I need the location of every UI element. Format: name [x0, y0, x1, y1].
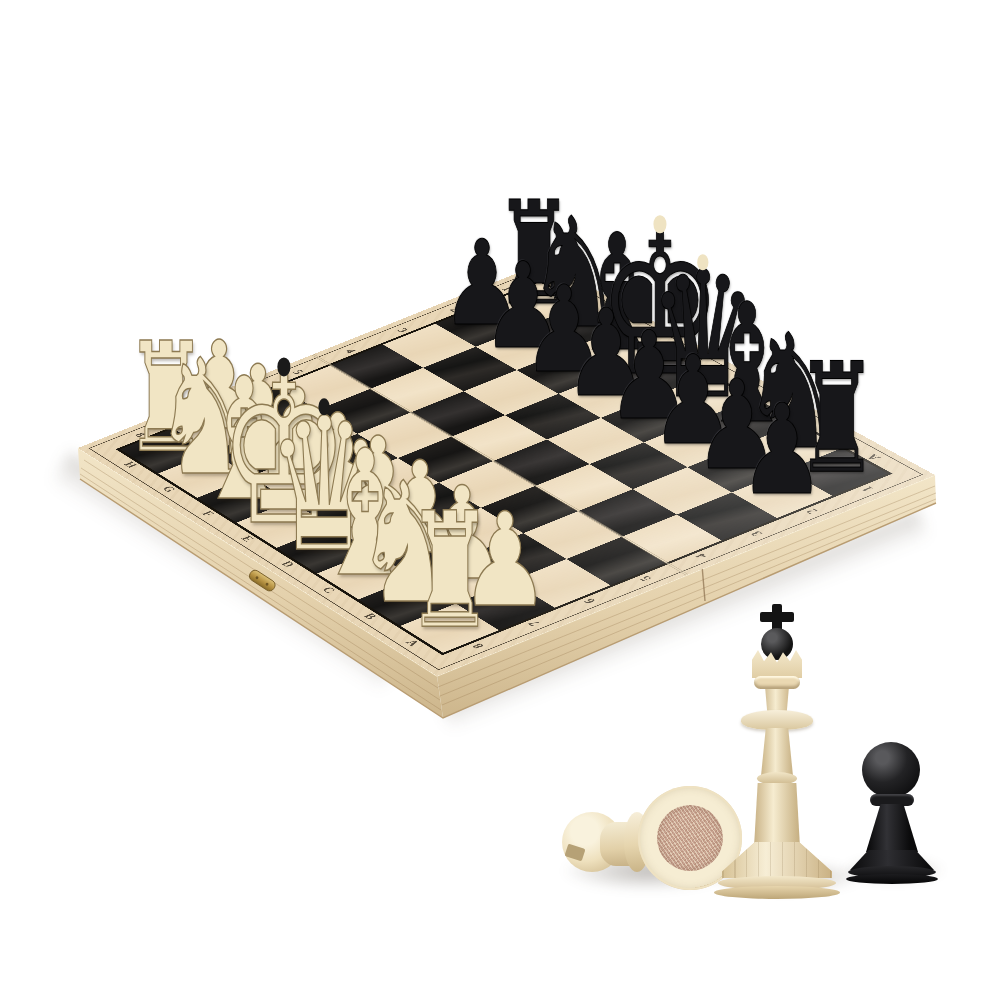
king-finial-ball — [761, 628, 793, 660]
pawn-plinth — [846, 874, 938, 884]
king-shoulder — [741, 710, 813, 730]
finial-dot — [698, 254, 709, 270]
king-stem — [761, 728, 793, 776]
fold-seam-side — [702, 565, 705, 601]
pawn-body — [866, 804, 918, 852]
king-plinth — [714, 886, 840, 899]
photo-stage: HGFEDCBA HGFEDCBA 12345678 12345678 ♜♞♝♛… — [0, 0, 1000, 1000]
finial-dot — [654, 216, 666, 233]
king-bead-collar — [754, 676, 800, 689]
pawn-head — [862, 742, 920, 798]
king-base-flutes — [722, 842, 832, 878]
king-cross-icon — [760, 612, 794, 622]
king-stem — [754, 783, 800, 847]
standing-black-pawn — [846, 742, 938, 884]
standing-white-king — [712, 604, 842, 900]
